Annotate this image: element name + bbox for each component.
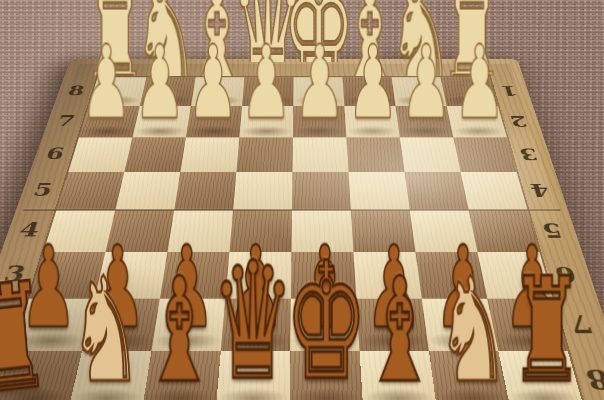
- square-f5: [349, 172, 410, 210]
- black-bishop-c1: ♝: [142, 258, 216, 400]
- rank-label-left-5: 5: [23, 181, 62, 200]
- square-g6: [400, 137, 461, 172]
- square-c7: ♟: [186, 106, 242, 137]
- square-a5: [56, 172, 124, 210]
- square-c5: [174, 172, 236, 210]
- white-pawn-a7: ♟: [80, 32, 132, 133]
- square-a7: ♟: [79, 106, 140, 137]
- black-queen-d1: ♛: [211, 240, 294, 400]
- square-f7: ♟: [344, 106, 399, 137]
- square-g7: ♟: [396, 106, 454, 137]
- white-pawn-b7: ♟: [134, 32, 186, 133]
- square-d7: ♟: [239, 106, 293, 137]
- white-pawn-e7: ♟: [294, 32, 346, 133]
- square-b6: [124, 137, 186, 172]
- chess-board: ♜♞♝♛♚♝♞♜♟♟♟♟♟♟♟♟♟♟♟♟♟♟♟♟♜♞♝♛♚♝♞♜ 8765432…: [0, 59, 604, 400]
- black-knight-g1: ♞: [436, 258, 510, 400]
- black-king-e1: ♚: [285, 240, 368, 400]
- white-pawn-c7: ♟: [187, 32, 239, 133]
- rank-label-left-8: 8: [60, 84, 93, 98]
- square-b7: ♟: [132, 106, 191, 137]
- rank-label-right-3: 3: [511, 145, 547, 162]
- square-d1: ♛: [216, 351, 291, 400]
- rank-label-right-1: 1: [493, 84, 526, 98]
- rank-label-left-7: 7: [49, 113, 84, 129]
- square-e1: ♚: [289, 351, 363, 400]
- square-d5: [233, 172, 292, 210]
- square-d6: [236, 137, 292, 172]
- square-h6: [453, 137, 516, 172]
- white-pawn-h7: ♟: [454, 32, 506, 133]
- square-b5: [115, 172, 180, 210]
- square-g1: ♞: [429, 351, 511, 400]
- square-a6: [68, 137, 132, 172]
- square-h7: ♟: [447, 106, 507, 137]
- black-knight-b1: ♞: [69, 258, 143, 400]
- black-rook-h1: ♜: [510, 258, 584, 400]
- square-e7: ♟: [293, 106, 346, 137]
- white-pawn-d7: ♟: [240, 32, 292, 133]
- white-pawn-f7: ♟: [347, 32, 399, 133]
- square-h1: ♜: [498, 351, 584, 400]
- rank-label-left-6: 6: [37, 145, 74, 162]
- rank-label-right-4: 4: [521, 181, 559, 200]
- square-h5: [461, 172, 528, 210]
- white-pawn-g7: ♟: [400, 32, 452, 133]
- square-e5: [292, 172, 351, 210]
- square-f1: ♝: [360, 351, 437, 400]
- rank-label-right-2: 2: [502, 113, 536, 129]
- square-c1: ♝: [142, 351, 221, 400]
- board-perspective-scene: ♜♞♝♛♚♝♞♜♟♟♟♟♟♟♟♟♟♟♟♟♟♟♟♟♜♞♝♛♚♝♞♜ 8765432…: [0, 0, 604, 400]
- board-grid: ♜♞♝♛♚♝♞♜♟♟♟♟♟♟♟♟♟♟♟♟♟♟♟♟♜♞♝♛♚♝♞♜: [0, 77, 585, 400]
- square-e6: [292, 137, 348, 172]
- photo-scene: ♜♞♝♛♚♝♞♜♟♟♟♟♟♟♟♟♟♟♟♟♟♟♟♟♜♞♝♛♚♝♞♜ 8765432…: [0, 0, 604, 400]
- square-b1: ♞: [68, 351, 151, 400]
- square-g5: [405, 172, 469, 210]
- square-c6: [180, 137, 239, 172]
- black-bishop-f1: ♝: [363, 258, 437, 400]
- square-f6: [346, 137, 404, 172]
